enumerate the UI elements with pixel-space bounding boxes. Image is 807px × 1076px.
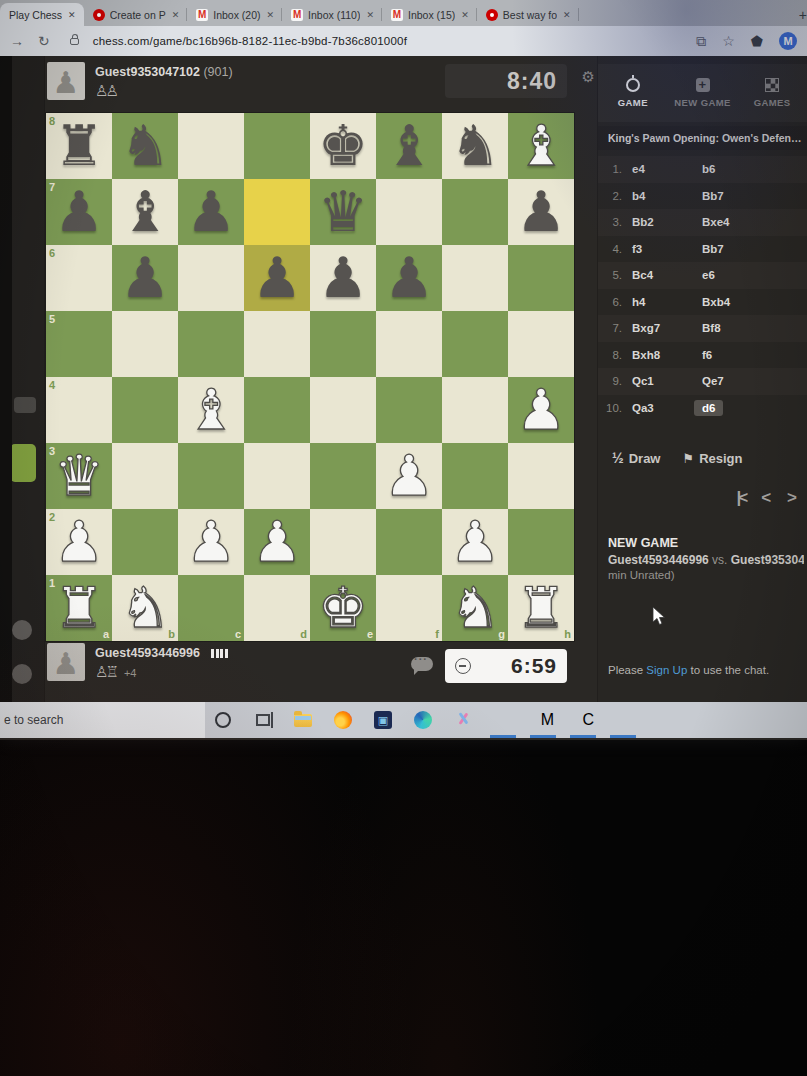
black-move[interactable]: Bxb4 [702, 296, 772, 308]
square-d5[interactable] [244, 311, 310, 377]
square-e4[interactable] [310, 377, 376, 443]
chess-board: 8♜♞♚♝♞♝7♟♝♟♛♟6♟♟♟♟54♝♟3♛♟2♟♟♟♟1a♜b♞cde♚f… [46, 113, 574, 641]
square-h2[interactable] [508, 509, 574, 575]
url-bar[interactable]: chess.com/game/bc16b96b-8182-11ec-b9bd-7… [93, 35, 683, 47]
firefox-taskbar-icon[interactable] [332, 709, 354, 731]
square-f8[interactable]: ♝ [376, 113, 442, 179]
power-taskbar-icon[interactable] [612, 709, 634, 731]
red-dot-favicon-icon [93, 9, 105, 21]
tab-close-icon[interactable]: ✕ [562, 10, 572, 20]
square-d2[interactable]: ♟ [244, 509, 310, 575]
settings-gear-icon[interactable]: ⚙ [582, 68, 595, 86]
rank-label: 4 [49, 379, 55, 391]
go-to-start-button[interactable]: |< [736, 488, 745, 508]
square-g8[interactable]: ♞ [442, 113, 508, 179]
new-game-panel: NEW GAME Guest4593446996 vs. Guest935304… [608, 536, 804, 581]
sidebar-tab-new-game[interactable]: NEW GAME [668, 64, 738, 122]
taskview-taskbar-icon[interactable] [252, 709, 274, 731]
white-knight[interactable]: ♞ [112, 575, 178, 641]
square-a7[interactable]: 7♟ [46, 179, 112, 245]
tab-title: Create on P [110, 9, 166, 21]
square-g4[interactable] [442, 377, 508, 443]
player-name[interactable]: Guest4593446996 [95, 646, 228, 660]
square-c5[interactable] [178, 311, 244, 377]
browser-profile-avatar[interactable]: M [779, 32, 797, 50]
move-number: 7. [598, 322, 632, 334]
black-pawn[interactable]: ♟ [376, 245, 442, 311]
tab-close-icon[interactable]: ✕ [171, 10, 181, 20]
taskview-icon [256, 714, 270, 726]
next-move-button[interactable]: > [787, 488, 797, 508]
square-g7[interactable] [442, 179, 508, 245]
move-row: 3.Bb2Bxe4 [598, 209, 807, 236]
gmail-favicon-icon: M [196, 9, 208, 21]
square-f7[interactable] [376, 179, 442, 245]
square-c3[interactable] [178, 443, 244, 509]
snip-icon [454, 711, 472, 729]
square-g6[interactable] [442, 245, 508, 311]
file-label: c [235, 628, 241, 640]
square-f2[interactable] [376, 509, 442, 575]
new-game-time-control: min Unrated) [608, 569, 804, 581]
move-row: 9.Qc1Qe7 [598, 368, 807, 395]
tab-title: Inbox (110) [308, 9, 360, 21]
chat-signup-notice: Please Sign Up to use the chat. [608, 664, 769, 676]
black-move[interactable]: d6 [702, 402, 772, 414]
black-rook[interactable]: ♜ [46, 113, 112, 179]
photo-of-laptop-screen: Play Chess✕Create on P✕MInbox (20)✕MInbo… [0, 0, 807, 1076]
material-advantage: +4 [124, 667, 137, 679]
move-row: 6.h4Bxb4 [598, 289, 807, 316]
white-queen[interactable]: ♛ [46, 443, 112, 509]
square-b1[interactable]: b♞ [112, 575, 178, 641]
square-a8[interactable]: 8♜ [46, 113, 112, 179]
white-move[interactable]: Bb2 [632, 216, 702, 228]
chrome-m-taskbar-icon[interactable]: M [532, 709, 554, 731]
browser-toolbar: → ↻ chess.com/game/bc16b96b-8182-11ec-b9… [0, 26, 807, 56]
black-move[interactable]: f6 [702, 349, 772, 361]
white-pawn[interactable]: ♟ [442, 509, 508, 575]
black-pawn[interactable]: ♟ [46, 179, 112, 245]
move-number: 6. [598, 296, 632, 308]
gmail-favicon-icon: M [291, 9, 303, 21]
file-label: f [435, 628, 439, 640]
move-number: 4. [598, 243, 632, 255]
opponent-name[interactable]: Guest9353047102 (901) [95, 65, 233, 79]
move-row: 4.f3Bb7 [598, 236, 807, 263]
square-e5[interactable] [310, 311, 376, 377]
move-row: 8.Bxh8f6 [598, 342, 807, 369]
square-h7[interactable]: ♟ [508, 179, 574, 245]
square-g1[interactable]: g♞ [442, 575, 508, 641]
white-pawn[interactable]: ♟ [46, 509, 112, 575]
mailapp-icon: ▣ [374, 711, 392, 729]
square-c8[interactable] [178, 113, 244, 179]
left-nav-blob [14, 397, 36, 413]
move-list: 1.e4b62.b4Bb73.Bb2Bxe44.f3Bb75.Bc4e66.h4… [598, 156, 807, 421]
white-pawn[interactable]: ♟ [178, 509, 244, 575]
square-h5[interactable] [508, 311, 574, 377]
opponent-clock: 8:40 [445, 64, 567, 98]
square-c1[interactable]: c [178, 575, 244, 641]
tab-strip-tabs: Play Chess✕Create on P✕MInbox (20)✕MInbo… [0, 3, 791, 26]
square-e1[interactable]: e♚ [310, 575, 376, 641]
opponent-captured-pieces: ♙♙ [95, 82, 116, 100]
square-a5[interactable]: 5 [46, 311, 112, 377]
move-navigation: |< < > [736, 488, 797, 508]
black-pawn[interactable]: ♟ [178, 179, 244, 245]
tab-title: Play Chess [9, 9, 62, 21]
game-sidebar: GAMENEW GAMEGAMES King's Pawn Opening: O… [597, 56, 807, 702]
chrome-icon [572, 711, 582, 729]
left-nav-logo[interactable] [10, 444, 36, 482]
tab-close-icon[interactable]: ✕ [67, 10, 77, 20]
white-king[interactable]: ♚ [310, 575, 376, 641]
chrome-icon [532, 711, 541, 729]
square-d6[interactable]: ♟ [244, 245, 310, 311]
connection-bars-icon [211, 649, 228, 658]
tab-title: Inbox (15) [408, 9, 455, 21]
chat-bubble-icon[interactable] [411, 657, 433, 671]
square-f3[interactable]: ♟ [376, 443, 442, 509]
player-avatar[interactable]: ♟ [47, 643, 85, 681]
black-move[interactable]: e6 [702, 269, 772, 281]
square-a3[interactable]: 3♛ [46, 443, 112, 509]
black-knight[interactable]: ♞ [112, 113, 178, 179]
square-c4[interactable]: ♝ [178, 377, 244, 443]
square-e6[interactable]: ♟ [310, 245, 376, 311]
grid-icon [765, 78, 779, 92]
square-c6[interactable] [178, 245, 244, 311]
move-number: 9. [598, 375, 632, 387]
rank-label: 6 [49, 247, 55, 259]
tab-close-icon[interactable]: ✕ [460, 10, 470, 20]
extensions-pin-icon[interactable]: ⬟ [751, 33, 763, 49]
white-move[interactable]: e4 [632, 163, 702, 175]
square-g5[interactable] [442, 311, 508, 377]
move-row: 10.Qa3d6 [598, 395, 807, 422]
chess-com-page: ♟ Guest9353047102 (901) ♙♙ 8:40 ⚙ 8♜♞♚♝♞… [0, 56, 807, 702]
white-pawn[interactable]: ♟ [508, 377, 574, 443]
tab-close-icon[interactable]: ✕ [266, 10, 276, 20]
move-row: 1.e4b6 [598, 156, 807, 183]
firefox-icon [334, 711, 352, 729]
square-b7[interactable]: ♝ [112, 179, 178, 245]
square-b4[interactable] [112, 377, 178, 443]
chrome-icon [494, 711, 512, 729]
draw-button[interactable]: ½Draw [612, 450, 660, 466]
new-game-title: NEW GAME [608, 536, 804, 550]
white-bishop[interactable]: ♝ [178, 377, 244, 443]
move-number: 10. [598, 402, 632, 414]
browser-tab-strip: Play Chess✕Create on P✕MInbox (20)✕MInbo… [0, 0, 807, 26]
windows-taskbar: e to search ▣MC [0, 702, 807, 738]
square-b5[interactable] [112, 311, 178, 377]
tab-close-icon[interactable]: ✕ [365, 10, 375, 20]
white-bishop[interactable]: ♝ [508, 113, 574, 179]
white-rook[interactable]: ♜ [508, 575, 574, 641]
square-c7[interactable]: ♟ [178, 179, 244, 245]
square-b2[interactable] [112, 509, 178, 575]
forward-icon[interactable]: → [10, 33, 24, 49]
sign-up-link[interactable]: Sign Up [646, 664, 687, 676]
mouse-cursor [652, 606, 666, 626]
square-b8[interactable]: ♞ [112, 113, 178, 179]
square-a4[interactable]: 4 [46, 377, 112, 443]
square-e7[interactable]: ♛ [310, 179, 376, 245]
chrome-taskbar-icon[interactable] [492, 709, 514, 731]
sidebar-tab-label: NEW GAME [674, 97, 731, 108]
opponent-avatar[interactable]: ♟ [47, 62, 85, 100]
square-g2[interactable]: ♟ [442, 509, 508, 575]
move-number: 1. [598, 163, 632, 175]
white-move[interactable]: f3 [632, 243, 702, 255]
edge-icon [414, 711, 432, 729]
edge-taskbar-icon[interactable] [412, 709, 434, 731]
snip-taskbar-icon[interactable] [452, 709, 474, 731]
tab-title: Best way fo [503, 9, 557, 21]
white-move[interactable]: h4 [632, 296, 702, 308]
black-pawn[interactable]: ♟ [244, 245, 310, 311]
taskbar-icons: ▣MC [212, 702, 634, 738]
red-dot-favicon-icon [486, 9, 498, 21]
square-h4[interactable]: ♟ [508, 377, 574, 443]
new-tab-button[interactable]: + [799, 7, 807, 23]
move-number: 3. [598, 216, 632, 228]
square-h3[interactable] [508, 443, 574, 509]
browser-tab[interactable]: Create on P✕ [84, 3, 188, 26]
square-f4[interactable] [376, 377, 442, 443]
flag-icon: ⚑ [682, 451, 694, 466]
gmail-favicon-icon: M [391, 9, 403, 21]
white-move[interactable]: Bxg7 [632, 322, 702, 334]
browser-tab[interactable]: MInbox (15)✕ [382, 3, 477, 26]
square-f1[interactable]: f [376, 575, 442, 641]
c-badge: C [582, 711, 594, 729]
white-move[interactable]: Bxh8 [632, 349, 702, 361]
cortana-icon [215, 712, 231, 728]
black-move[interactable]: Bf8 [702, 322, 772, 334]
taskbar-search[interactable]: e to search [0, 702, 205, 738]
white-move[interactable]: Bc4 [632, 269, 702, 281]
laptop-screen: Play Chess✕Create on P✕MInbox (20)✕MInbo… [0, 0, 807, 740]
square-f5[interactable] [376, 311, 442, 377]
opponent-rating: (901) [203, 65, 232, 79]
lock-icon [70, 38, 79, 45]
white-knight[interactable]: ♞ [442, 575, 508, 641]
square-c2[interactable]: ♟ [178, 509, 244, 575]
plus-square-icon [696, 78, 710, 92]
square-g3[interactable] [442, 443, 508, 509]
m-badge: M [541, 711, 554, 729]
white-move[interactable]: Qa3 [632, 402, 702, 414]
minus-circle-icon [455, 658, 471, 674]
square-d8[interactable] [244, 113, 310, 179]
player-bar: ♟ Guest4593446996 ♙♖+4 6:59 [45, 641, 597, 693]
move-number: 8. [598, 349, 632, 361]
new-game-players: Guest4593446996 vs. Guest93530471 [608, 553, 804, 567]
square-e3[interactable] [310, 443, 376, 509]
black-pawn[interactable]: ♟ [112, 245, 178, 311]
square-b3[interactable] [112, 443, 178, 509]
folder-icon [294, 714, 312, 727]
half-icon: ½ [612, 450, 624, 466]
opening-name: King's Pawn Opening: Owen's Defen… [598, 126, 807, 150]
black-move[interactable]: b6 [702, 163, 772, 175]
square-a1[interactable]: 1a♜ [46, 575, 112, 641]
bookmark-star-icon[interactable]: ☆ [722, 33, 735, 49]
square-f6[interactable]: ♟ [376, 245, 442, 311]
black-king[interactable]: ♚ [310, 113, 376, 179]
sidebar-tab-game[interactable]: GAME [598, 64, 668, 122]
square-h1[interactable]: h♜ [508, 575, 574, 641]
opponent-player-bar: ♟ Guest9353047102 (901) ♙♙ 8:40 ⚙ [45, 60, 597, 112]
browser-tab[interactable]: Play Chess✕ [0, 3, 84, 26]
black-knight[interactable]: ♞ [442, 113, 508, 179]
sidebar-tab-label: GAMES [754, 97, 791, 108]
black-bishop[interactable]: ♝ [376, 113, 442, 179]
sidebar-tab-games[interactable]: GAMES [737, 64, 807, 122]
mailapp-taskbar-icon[interactable]: ▣ [372, 709, 394, 731]
square-h8[interactable]: ♝ [508, 113, 574, 179]
move-number: 5. [598, 269, 632, 281]
white-pawn[interactable]: ♟ [376, 443, 442, 509]
sidebar-tabs: GAMENEW GAMEGAMES [598, 64, 807, 122]
black-move[interactable]: Bb7 [702, 243, 772, 255]
previous-move-button[interactable]: < [761, 488, 771, 508]
tab-title: Inbox (20) [213, 9, 260, 21]
chrome-c-taskbar-icon[interactable]: C [572, 709, 594, 731]
square-a2[interactable]: 2♟ [46, 509, 112, 575]
left-nav-circle-icon[interactable] [12, 664, 32, 684]
white-move[interactable]: b4 [632, 190, 702, 202]
move-number: 2. [598, 190, 632, 202]
timer-icon [626, 78, 640, 92]
square-d1[interactable]: d [244, 575, 310, 641]
cortana-taskbar-icon[interactable] [212, 709, 234, 731]
browser-tab[interactable]: MInbox (110)✕ [282, 3, 382, 26]
black-bishop[interactable]: ♝ [112, 179, 178, 245]
left-nav-circle-icon[interactable] [12, 620, 32, 640]
square-b6[interactable]: ♟ [112, 245, 178, 311]
black-pawn[interactable]: ♟ [310, 245, 376, 311]
black-pawn[interactable]: ♟ [508, 179, 574, 245]
browser-tab[interactable]: MInbox (20)✕ [187, 3, 282, 26]
black-move[interactable]: Bxe4 [702, 216, 772, 228]
player-clock: 6:59 [445, 649, 567, 683]
reload-icon[interactable]: ↻ [38, 33, 50, 49]
square-e8[interactable]: ♚ [310, 113, 376, 179]
white-move[interactable]: Qc1 [632, 375, 702, 387]
rank-label: 5 [49, 313, 55, 325]
square-d7[interactable] [244, 179, 310, 245]
square-h6[interactable] [508, 245, 574, 311]
move-row: 7.Bxg7Bf8 [598, 315, 807, 342]
share-icon[interactable]: ⧉ [696, 33, 706, 50]
move-row: 5.Bc4e6 [598, 262, 807, 289]
square-d4[interactable] [244, 377, 310, 443]
white-rook[interactable]: ♜ [46, 575, 112, 641]
move-row: 2.b4Bb7 [598, 183, 807, 210]
file-label: d [300, 628, 307, 640]
player-captured-pieces: ♙♖+4 [95, 663, 136, 681]
black-move[interactable]: Qe7 [702, 375, 772, 387]
sidebar-tab-label: GAME [618, 97, 648, 108]
white-pawn[interactable]: ♟ [244, 509, 310, 575]
square-e2[interactable] [310, 509, 376, 575]
square-a6[interactable]: 6 [46, 245, 112, 311]
black-move[interactable]: Bb7 [702, 190, 772, 202]
screen-bezel-left [0, 56, 12, 702]
black-queen[interactable]: ♛ [310, 179, 376, 245]
folder-taskbar-icon[interactable] [292, 709, 314, 731]
square-d3[interactable] [244, 443, 310, 509]
browser-tab[interactable]: Best way fo✕ [477, 3, 579, 26]
resign-button[interactable]: ⚑Resign [682, 451, 742, 466]
